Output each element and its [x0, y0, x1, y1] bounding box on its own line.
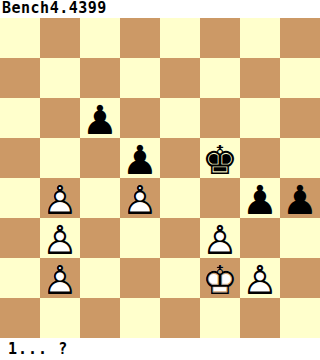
square-a8[interactable]	[0, 18, 40, 58]
square-d1[interactable]	[120, 298, 160, 338]
square-f6[interactable]	[200, 98, 240, 138]
square-h4[interactable]: ♟	[280, 178, 320, 218]
square-c7[interactable]	[80, 58, 120, 98]
piece-outline: ♙	[240, 260, 280, 300]
square-f2[interactable]: ♚♔	[200, 258, 240, 298]
square-d6[interactable]	[120, 98, 160, 138]
square-h7[interactable]	[280, 58, 320, 98]
square-b8[interactable]	[40, 18, 80, 58]
square-f7[interactable]	[200, 58, 240, 98]
black-pawn: ♟	[120, 140, 160, 180]
square-d8[interactable]	[120, 18, 160, 58]
square-g5[interactable]	[240, 138, 280, 178]
page-title: Bench4.4399	[2, 0, 107, 17]
white-pawn: ♟♙	[120, 180, 160, 220]
black-pawn: ♟	[80, 100, 120, 140]
square-c6[interactable]: ♟	[80, 98, 120, 138]
white-pawn: ♟♙	[40, 260, 80, 300]
move-prompt: 1... ?	[8, 340, 68, 358]
square-b5[interactable]	[40, 138, 80, 178]
chess-board: ♟♟♚♟♙♟♙♟♟♟♙♟♙♟♙♚♔♟♙	[0, 18, 320, 338]
square-c3[interactable]	[80, 218, 120, 258]
square-b4[interactable]: ♟♙	[40, 178, 80, 218]
square-h2[interactable]	[280, 258, 320, 298]
status-bar: 1... ?	[0, 338, 320, 360]
square-b6[interactable]	[40, 98, 80, 138]
piece-outline: ♔	[200, 260, 240, 300]
square-d4[interactable]: ♟♙	[120, 178, 160, 218]
square-a7[interactable]	[0, 58, 40, 98]
square-g8[interactable]	[240, 18, 280, 58]
square-g3[interactable]	[240, 218, 280, 258]
white-pawn: ♟♙	[40, 220, 80, 260]
square-b3[interactable]: ♟♙	[40, 218, 80, 258]
square-a2[interactable]	[0, 258, 40, 298]
square-d7[interactable]	[120, 58, 160, 98]
square-e3[interactable]	[160, 218, 200, 258]
square-f1[interactable]	[200, 298, 240, 338]
square-a6[interactable]	[0, 98, 40, 138]
piece-outline: ♙	[40, 180, 80, 220]
piece-outline: ♙	[120, 180, 160, 220]
square-e1[interactable]	[160, 298, 200, 338]
piece-outline: ♙	[40, 220, 80, 260]
square-g6[interactable]	[240, 98, 280, 138]
square-b7[interactable]	[40, 58, 80, 98]
square-c1[interactable]	[80, 298, 120, 338]
square-a5[interactable]	[0, 138, 40, 178]
square-a3[interactable]	[0, 218, 40, 258]
square-h6[interactable]	[280, 98, 320, 138]
square-f5[interactable]: ♚	[200, 138, 240, 178]
square-e5[interactable]	[160, 138, 200, 178]
white-king: ♚♔	[200, 260, 240, 300]
square-d3[interactable]	[120, 218, 160, 258]
square-c2[interactable]	[80, 258, 120, 298]
square-h8[interactable]	[280, 18, 320, 58]
square-b2[interactable]: ♟♙	[40, 258, 80, 298]
chess-app-window: Bench4.4399 ♟♟♚♟♙♟♙♟♟♟♙♟♙♟♙♚♔♟♙ 1... ?	[0, 0, 320, 360]
piece-outline: ♙	[40, 260, 80, 300]
square-e7[interactable]	[160, 58, 200, 98]
square-c8[interactable]	[80, 18, 120, 58]
white-pawn: ♟♙	[240, 260, 280, 300]
black-pawn: ♟	[280, 180, 320, 220]
square-e8[interactable]	[160, 18, 200, 58]
square-h5[interactable]	[280, 138, 320, 178]
square-e4[interactable]	[160, 178, 200, 218]
black-king: ♚	[200, 140, 240, 180]
square-h3[interactable]	[280, 218, 320, 258]
square-e6[interactable]	[160, 98, 200, 138]
square-b1[interactable]	[40, 298, 80, 338]
piece-outline: ♙	[200, 220, 240, 260]
square-h1[interactable]	[280, 298, 320, 338]
square-d2[interactable]	[120, 258, 160, 298]
square-c5[interactable]	[80, 138, 120, 178]
square-f4[interactable]	[200, 178, 240, 218]
square-a1[interactable]	[0, 298, 40, 338]
square-d5[interactable]: ♟	[120, 138, 160, 178]
square-g7[interactable]	[240, 58, 280, 98]
black-pawn: ♟	[240, 180, 280, 220]
square-g1[interactable]	[240, 298, 280, 338]
square-g4[interactable]: ♟	[240, 178, 280, 218]
square-e2[interactable]	[160, 258, 200, 298]
white-pawn: ♟♙	[40, 180, 80, 220]
white-pawn: ♟♙	[200, 220, 240, 260]
square-f3[interactable]: ♟♙	[200, 218, 240, 258]
square-c4[interactable]	[80, 178, 120, 218]
square-a4[interactable]	[0, 178, 40, 218]
square-f8[interactable]	[200, 18, 240, 58]
title-bar: Bench4.4399	[0, 0, 320, 18]
square-g2[interactable]: ♟♙	[240, 258, 280, 298]
